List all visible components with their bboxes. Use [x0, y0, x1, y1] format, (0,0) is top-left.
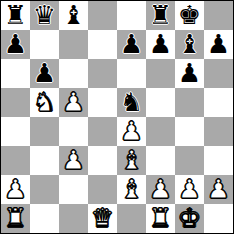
square-d1[interactable]: ♛ [88, 204, 117, 233]
square-f5[interactable] [146, 88, 175, 117]
square-h8[interactable] [204, 1, 233, 30]
black-bishop-piece[interactable]: ♝ [62, 1, 85, 30]
white-pawn-piece[interactable]: ♟ [120, 117, 143, 146]
square-b3[interactable] [30, 146, 59, 175]
square-c1[interactable] [59, 204, 88, 233]
square-a5[interactable] [1, 88, 30, 117]
square-a3[interactable] [1, 146, 30, 175]
square-a8[interactable]: ♜ [1, 1, 30, 30]
square-g2[interactable]: ♟ [175, 175, 204, 204]
square-f4[interactable] [146, 117, 175, 146]
square-b8[interactable]: ♛ [30, 1, 59, 30]
square-a4[interactable] [1, 117, 30, 146]
square-e2[interactable]: ♝ [117, 175, 146, 204]
square-h3[interactable] [204, 146, 233, 175]
square-a7[interactable]: ♟ [1, 30, 30, 59]
square-c6[interactable] [59, 59, 88, 88]
square-g6[interactable]: ♟ [175, 59, 204, 88]
square-d6[interactable] [88, 59, 117, 88]
black-pawn-piece[interactable]: ♟ [120, 30, 143, 59]
white-pawn-piece[interactable]: ♟ [4, 175, 27, 204]
square-b6[interactable]: ♟ [30, 59, 59, 88]
chess-board: ♜♛♝♜♚♟♟♟♝♟♟♟♞♟♞♟♟♝♟♝♟♟♟♜♛♜♚ [0, 0, 234, 234]
square-h4[interactable] [204, 117, 233, 146]
square-f7[interactable]: ♟ [146, 30, 175, 59]
black-rook-piece[interactable]: ♜ [149, 1, 172, 30]
square-c5[interactable]: ♟ [59, 88, 88, 117]
square-e4[interactable]: ♟ [117, 117, 146, 146]
black-king-piece[interactable]: ♚ [178, 1, 201, 30]
square-f1[interactable]: ♜ [146, 204, 175, 233]
square-d7[interactable] [88, 30, 117, 59]
black-pawn-piece[interactable]: ♟ [207, 30, 230, 59]
square-g1[interactable]: ♚ [175, 204, 204, 233]
square-e8[interactable] [117, 1, 146, 30]
square-e3[interactable]: ♝ [117, 146, 146, 175]
white-rook-piece[interactable]: ♜ [149, 204, 172, 233]
square-h1[interactable] [204, 204, 233, 233]
square-d4[interactable] [88, 117, 117, 146]
square-e5[interactable]: ♞ [117, 88, 146, 117]
white-pawn-piece[interactable]: ♟ [62, 88, 85, 117]
square-d2[interactable] [88, 175, 117, 204]
square-f3[interactable] [146, 146, 175, 175]
square-h7[interactable]: ♟ [204, 30, 233, 59]
white-pawn-piece[interactable]: ♟ [178, 175, 201, 204]
black-knight-piece[interactable]: ♞ [120, 88, 143, 117]
square-g5[interactable] [175, 88, 204, 117]
square-c4[interactable] [59, 117, 88, 146]
white-pawn-piece[interactable]: ♟ [62, 146, 85, 175]
white-pawn-piece[interactable]: ♟ [149, 175, 172, 204]
black-pawn-piece[interactable]: ♟ [33, 59, 56, 88]
square-g8[interactable]: ♚ [175, 1, 204, 30]
square-h2[interactable]: ♟ [204, 175, 233, 204]
black-pawn-piece[interactable]: ♟ [4, 30, 27, 59]
black-bishop-piece[interactable]: ♝ [178, 30, 201, 59]
white-bishop-piece[interactable]: ♝ [120, 175, 143, 204]
square-f6[interactable] [146, 59, 175, 88]
square-b2[interactable] [30, 175, 59, 204]
square-f8[interactable]: ♜ [146, 1, 175, 30]
chess-board-grid: ♜♛♝♜♚♟♟♟♝♟♟♟♞♟♞♟♟♝♟♝♟♟♟♜♛♜♚ [1, 1, 233, 233]
square-d8[interactable] [88, 1, 117, 30]
square-c3[interactable]: ♟ [59, 146, 88, 175]
black-rook-piece[interactable]: ♜ [4, 1, 27, 30]
square-h6[interactable] [204, 59, 233, 88]
white-queen-piece[interactable]: ♛ [91, 204, 114, 233]
square-a2[interactable]: ♟ [1, 175, 30, 204]
square-a6[interactable] [1, 59, 30, 88]
square-c2[interactable] [59, 175, 88, 204]
square-g7[interactable]: ♝ [175, 30, 204, 59]
white-knight-piece[interactable]: ♞ [33, 88, 56, 117]
square-d5[interactable] [88, 88, 117, 117]
square-e7[interactable]: ♟ [117, 30, 146, 59]
white-bishop-piece[interactable]: ♝ [120, 146, 143, 175]
square-g3[interactable] [175, 146, 204, 175]
white-pawn-piece[interactable]: ♟ [207, 175, 230, 204]
black-pawn-piece[interactable]: ♟ [178, 59, 201, 88]
black-queen-piece[interactable]: ♛ [33, 1, 56, 30]
square-b7[interactable] [30, 30, 59, 59]
square-e6[interactable] [117, 59, 146, 88]
square-b4[interactable] [30, 117, 59, 146]
square-d3[interactable] [88, 146, 117, 175]
black-pawn-piece[interactable]: ♟ [149, 30, 172, 59]
square-e1[interactable] [117, 204, 146, 233]
square-a1[interactable]: ♜ [1, 204, 30, 233]
square-c8[interactable]: ♝ [59, 1, 88, 30]
square-f2[interactable]: ♟ [146, 175, 175, 204]
square-g4[interactable] [175, 117, 204, 146]
square-b1[interactable] [30, 204, 59, 233]
white-rook-piece[interactable]: ♜ [4, 204, 27, 233]
white-king-piece[interactable]: ♚ [178, 204, 201, 233]
square-c7[interactable] [59, 30, 88, 59]
square-h5[interactable] [204, 88, 233, 117]
square-b5[interactable]: ♞ [30, 88, 59, 117]
